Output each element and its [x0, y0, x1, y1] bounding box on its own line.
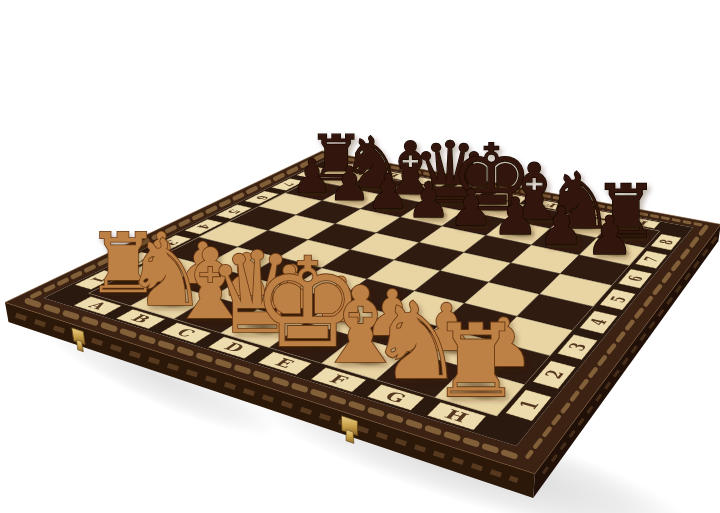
- piece-black-pawn-d7[interactable]: ♟: [407, 172, 451, 228]
- piece-black-pawn-f7[interactable]: ♟: [492, 187, 538, 246]
- chess-set-photo-scene: AABBCCDDEEFFGGHH8877665544332211♜♞♝♛♚♝♞♜…: [0, 0, 720, 513]
- piece-black-pawn-e7[interactable]: ♟: [449, 179, 494, 237]
- piece-black-pawn-a7[interactable]: ♟: [292, 149, 333, 203]
- chess-board: AABBCCDDEEFFGGHH8877665544332211♜♞♝♛♚♝♞♜…: [0, 0, 720, 513]
- piece-white-rook-h1[interactable]: ♜: [431, 303, 521, 420]
- clasp-hook-icon: [346, 430, 354, 444]
- piece-black-pawn-b7[interactable]: ♟: [328, 157, 370, 211]
- piece-black-pawn-h7[interactable]: ♟: [586, 205, 634, 267]
- piece-black-pawn-g7[interactable]: ♟: [538, 196, 585, 256]
- piece-black-pawn-c7[interactable]: ♟: [367, 164, 410, 219]
